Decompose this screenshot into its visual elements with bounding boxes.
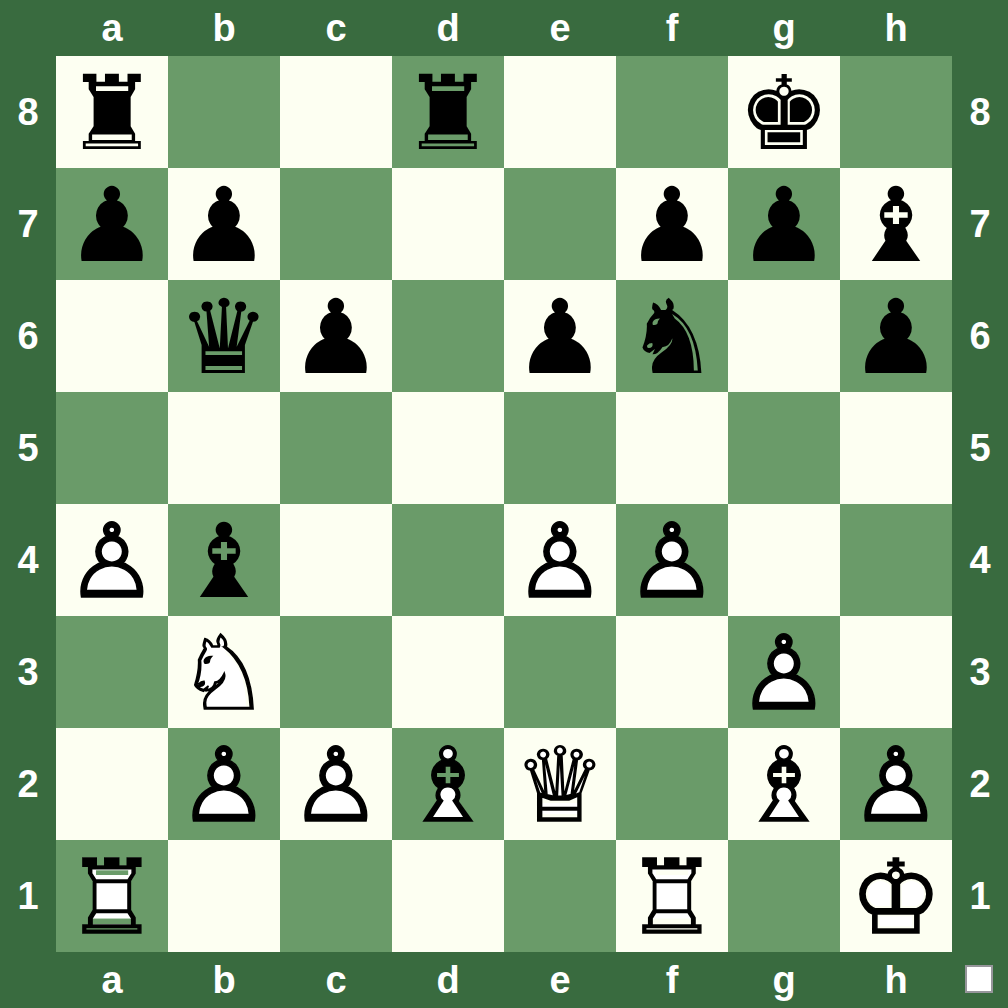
square-b1[interactable] [168,840,280,952]
black-queen[interactable]: ♛ [168,280,280,392]
square-c2[interactable]: ♟♙ [280,728,392,840]
square-b3[interactable]: ♞♘ [168,616,280,728]
black-king[interactable]: ♚ [728,56,840,168]
piece-glyph-solid: ♛ [168,280,280,392]
black-bishop[interactable]: ♝ [168,504,280,616]
square-f6[interactable]: ♞ [616,280,728,392]
white-bishop[interactable]: ♝♗ [728,728,840,840]
square-b6[interactable]: ♛ [168,280,280,392]
piece-glyph-outline: ♙ [840,728,952,840]
square-a7[interactable]: ♟ [56,168,168,280]
piece-glyph-solid: ♟ [728,168,840,280]
piece-glyph-fill: ♟ [616,504,728,616]
square-a3[interactable] [56,616,168,728]
rank-label-7: 7 [952,168,1008,280]
square-a6[interactable] [56,280,168,392]
square-e8[interactable] [504,56,616,168]
square-a2[interactable] [56,728,168,840]
rank-label-4: 4 [0,504,56,616]
piece-glyph-fill: ♟ [504,504,616,616]
square-a5[interactable] [56,392,168,504]
board-grid: ♜♜♚♟♟♟♟♝♛♟♟♞♟♟♙♝♟♙♟♙♞♘♟♙♟♙♟♙♝♗♛♕♝♗♟♙♜♖♜♖… [56,56,952,952]
file-label-b: b [168,0,280,56]
square-f4[interactable]: ♟♙ [616,504,728,616]
square-e5[interactable] [504,392,616,504]
square-e4[interactable]: ♟♙ [504,504,616,616]
file-label-h: h [840,952,952,1008]
square-d5[interactable] [392,392,504,504]
piece-glyph-fill: ♚ [840,840,952,952]
square-d7[interactable] [392,168,504,280]
rank-label-5: 5 [0,392,56,504]
black-pawn[interactable]: ♟ [56,168,168,280]
piece-glyph-fill: ♟ [840,728,952,840]
black-pawn[interactable]: ♟ [616,168,728,280]
square-f3[interactable] [616,616,728,728]
rank-label-7: 7 [0,168,56,280]
square-c6[interactable]: ♟ [280,280,392,392]
black-pawn[interactable]: ♟ [168,168,280,280]
square-g4[interactable] [728,504,840,616]
square-a8[interactable]: ♜ [56,56,168,168]
file-label-c: c [280,952,392,1008]
black-pawn[interactable]: ♟ [280,280,392,392]
black-rook[interactable]: ♜ [56,56,168,168]
file-label-f: f [616,0,728,56]
file-label-a: a [56,952,168,1008]
square-f1[interactable]: ♜♖ [616,840,728,952]
file-label-g: g [728,952,840,1008]
piece-glyph-outline: ♗ [728,728,840,840]
square-c3[interactable] [280,616,392,728]
square-a4[interactable]: ♟♙ [56,504,168,616]
piece-glyph-solid: ♟ [504,280,616,392]
black-rook[interactable]: ♜ [392,56,504,168]
white-pawn[interactable]: ♟♙ [280,728,392,840]
piece-glyph-outline: ♙ [616,504,728,616]
piece-glyph-outline: ♔ [840,840,952,952]
square-g2[interactable]: ♝♗ [728,728,840,840]
file-labels-top: abcdefgh [56,0,952,56]
square-b5[interactable] [168,392,280,504]
square-c5[interactable] [280,392,392,504]
rank-label-2: 2 [952,728,1008,840]
piece-glyph-fill: ♜ [56,840,168,952]
rank-labels-left: 87654321 [0,56,56,952]
white-rook[interactable]: ♜♖ [616,840,728,952]
square-b2[interactable]: ♟♙ [168,728,280,840]
chess-board-frame: abcdefgh 87654321 ♜♜♚♟♟♟♟♝♛♟♟♞♟♟♙♝♟♙♟♙♞♘… [0,0,1008,1008]
side-to-move-indicator [965,965,993,993]
piece-glyph-solid: ♝ [168,504,280,616]
square-f7[interactable]: ♟ [616,168,728,280]
rank-label-2: 2 [0,728,56,840]
file-label-d: d [392,0,504,56]
black-knight[interactable]: ♞ [616,280,728,392]
piece-glyph-outline: ♙ [168,728,280,840]
piece-glyph-solid: ♟ [168,168,280,280]
rank-label-5: 5 [952,392,1008,504]
rank-label-1: 1 [952,840,1008,952]
square-e3[interactable] [504,616,616,728]
white-pawn[interactable]: ♟♙ [504,504,616,616]
square-b8[interactable] [168,56,280,168]
square-d1[interactable] [392,840,504,952]
piece-glyph-fill: ♟ [56,504,168,616]
square-h5[interactable] [840,392,952,504]
file-label-h: h [840,0,952,56]
square-g8[interactable]: ♚ [728,56,840,168]
square-h6[interactable]: ♟ [840,280,952,392]
rank-label-8: 8 [952,56,1008,168]
rank-label-6: 6 [952,280,1008,392]
square-b4[interactable]: ♝ [168,504,280,616]
piece-glyph-fill: ♛ [504,728,616,840]
square-e6[interactable]: ♟ [504,280,616,392]
piece-glyph-solid: ♞ [616,280,728,392]
square-c1[interactable] [280,840,392,952]
white-pawn[interactable]: ♟♙ [840,728,952,840]
piece-glyph-solid: ♟ [280,280,392,392]
square-f2[interactable] [616,728,728,840]
square-c4[interactable] [280,504,392,616]
white-knight[interactable]: ♞♘ [168,616,280,728]
black-pawn[interactable]: ♟ [504,280,616,392]
piece-glyph-solid: ♝ [840,168,952,280]
black-pawn[interactable]: ♟ [728,168,840,280]
piece-glyph-fill: ♟ [280,728,392,840]
file-label-c: c [280,0,392,56]
square-g3[interactable]: ♟♙ [728,616,840,728]
piece-glyph-outline: ♖ [56,840,168,952]
piece-glyph-solid: ♟ [56,168,168,280]
piece-glyph-solid: ♚ [728,56,840,168]
piece-glyph-outline: ♖ [616,840,728,952]
square-d2[interactable]: ♝♗ [392,728,504,840]
square-h1[interactable]: ♚♔ [840,840,952,952]
square-d6[interactable] [392,280,504,392]
square-h2[interactable]: ♟♙ [840,728,952,840]
piece-glyph-solid: ♜ [56,56,168,168]
piece-glyph-fill: ♝ [392,728,504,840]
piece-glyph-fill: ♜ [616,840,728,952]
square-e1[interactable] [504,840,616,952]
piece-glyph-outline: ♙ [728,616,840,728]
piece-glyph-outline: ♕ [504,728,616,840]
file-label-b: b [168,952,280,1008]
file-label-f: f [616,952,728,1008]
white-queen[interactable]: ♛♕ [504,728,616,840]
square-c8[interactable] [280,56,392,168]
rank-label-6: 6 [0,280,56,392]
rank-label-3: 3 [952,616,1008,728]
file-label-e: e [504,0,616,56]
square-g7[interactable]: ♟ [728,168,840,280]
piece-glyph-solid: ♜ [392,56,504,168]
rank-label-8: 8 [0,56,56,168]
white-pawn[interactable]: ♟♙ [616,504,728,616]
piece-glyph-fill: ♟ [728,616,840,728]
rank-label-3: 3 [0,616,56,728]
piece-glyph-outline: ♙ [56,504,168,616]
piece-glyph-outline: ♙ [504,504,616,616]
rank-label-4: 4 [952,504,1008,616]
piece-glyph-outline: ♗ [392,728,504,840]
square-b7[interactable]: ♟ [168,168,280,280]
square-h4[interactable] [840,504,952,616]
white-pawn[interactable]: ♟♙ [728,616,840,728]
file-label-e: e [504,952,616,1008]
file-label-a: a [56,0,168,56]
square-d4[interactable] [392,504,504,616]
white-king[interactable]: ♚♔ [840,840,952,952]
square-h3[interactable] [840,616,952,728]
square-d8[interactable]: ♜ [392,56,504,168]
square-e2[interactable]: ♛♕ [504,728,616,840]
black-bishop[interactable]: ♝ [840,168,952,280]
square-e7[interactable] [504,168,616,280]
piece-glyph-solid: ♟ [840,280,952,392]
piece-glyph-fill: ♟ [168,728,280,840]
white-pawn[interactable]: ♟♙ [168,728,280,840]
rank-labels-right: 87654321 [952,56,1008,952]
square-g1[interactable] [728,840,840,952]
black-pawn[interactable]: ♟ [840,280,952,392]
piece-glyph-outline: ♙ [280,728,392,840]
square-h8[interactable] [840,56,952,168]
piece-glyph-fill: ♝ [728,728,840,840]
square-g6[interactable] [728,280,840,392]
piece-glyph-fill: ♞ [168,616,280,728]
square-f5[interactable] [616,392,728,504]
file-labels-bottom: abcdefgh [56,952,952,1008]
square-g5[interactable] [728,392,840,504]
square-d3[interactable] [392,616,504,728]
piece-glyph-outline: ♘ [168,616,280,728]
square-h7[interactable]: ♝ [840,168,952,280]
piece-glyph-solid: ♟ [616,168,728,280]
file-label-g: g [728,0,840,56]
rank-label-1: 1 [0,840,56,952]
white-rook[interactable]: ♜♖ [56,840,168,952]
white-pawn[interactable]: ♟♙ [56,504,168,616]
square-a1[interactable]: ♜♖ [56,840,168,952]
square-f8[interactable] [616,56,728,168]
square-c7[interactable] [280,168,392,280]
file-label-d: d [392,952,504,1008]
white-bishop[interactable]: ♝♗ [392,728,504,840]
